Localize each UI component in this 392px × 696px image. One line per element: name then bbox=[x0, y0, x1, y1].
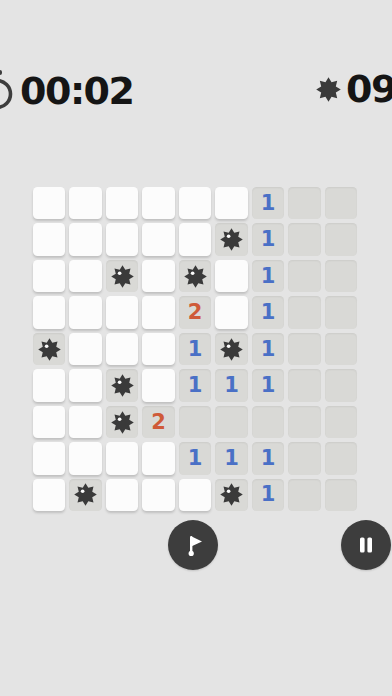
cell-r4c4[interactable] bbox=[142, 296, 174, 328]
cell-r2c5[interactable] bbox=[179, 223, 211, 255]
mine-icon bbox=[220, 228, 243, 251]
cell-r5c3[interactable] bbox=[106, 333, 138, 365]
cell-r3c9[interactable] bbox=[325, 260, 357, 292]
cell-r9c8[interactable] bbox=[288, 479, 320, 511]
cell-r1c8[interactable] bbox=[288, 187, 320, 219]
mine-icon bbox=[38, 338, 61, 361]
mine-counter: 09 bbox=[316, 70, 392, 108]
cell-r8c8[interactable] bbox=[288, 442, 320, 474]
cell-r5c6[interactable] bbox=[215, 333, 247, 365]
cell-r5c2[interactable] bbox=[69, 333, 101, 365]
cell-r4c6[interactable] bbox=[215, 296, 247, 328]
cell-number: 1 bbox=[261, 375, 276, 396]
cell-r9c4[interactable] bbox=[142, 479, 174, 511]
cell-number: 1 bbox=[261, 339, 276, 360]
cell-r8c6[interactable]: 1 bbox=[215, 442, 247, 474]
cell-number: 1 bbox=[261, 302, 276, 323]
cell-r8c5[interactable]: 1 bbox=[179, 442, 211, 474]
cell-r1c5[interactable] bbox=[179, 187, 211, 219]
cell-number: 2 bbox=[188, 302, 203, 323]
cell-r6c2[interactable] bbox=[69, 369, 101, 401]
cell-number: 2 bbox=[151, 412, 166, 433]
cell-r7c4[interactable]: 2 bbox=[142, 406, 174, 438]
cell-r3c1[interactable] bbox=[33, 260, 65, 292]
cell-r7c9[interactable] bbox=[325, 406, 357, 438]
cell-r2c8[interactable] bbox=[288, 223, 320, 255]
mine-icon bbox=[74, 483, 97, 506]
mine-count-value: 09 bbox=[346, 70, 392, 108]
pause-button[interactable] bbox=[341, 520, 391, 570]
cell-r5c4[interactable] bbox=[142, 333, 174, 365]
cell-r3c3[interactable] bbox=[106, 260, 138, 292]
cell-r4c5[interactable]: 2 bbox=[179, 296, 211, 328]
cell-number: 1 bbox=[261, 229, 276, 250]
cell-r3c8[interactable] bbox=[288, 260, 320, 292]
cell-r4c7[interactable]: 1 bbox=[252, 296, 284, 328]
cell-r1c3[interactable] bbox=[106, 187, 138, 219]
cell-r8c7[interactable]: 1 bbox=[252, 442, 284, 474]
cell-r5c5[interactable]: 1 bbox=[179, 333, 211, 365]
pause-icon bbox=[352, 531, 380, 559]
cell-r5c1[interactable] bbox=[33, 333, 65, 365]
cell-r5c8[interactable] bbox=[288, 333, 320, 365]
cell-r3c2[interactable] bbox=[69, 260, 101, 292]
cell-r4c2[interactable] bbox=[69, 296, 101, 328]
cell-r9c3[interactable] bbox=[106, 479, 138, 511]
cell-r9c5[interactable] bbox=[179, 479, 211, 511]
cell-r8c3[interactable] bbox=[106, 442, 138, 474]
cell-r6c6[interactable]: 1 bbox=[215, 369, 247, 401]
cell-r2c1[interactable] bbox=[33, 223, 65, 255]
cell-number: 1 bbox=[188, 339, 203, 360]
cell-r7c3[interactable] bbox=[106, 406, 138, 438]
mine-icon bbox=[111, 265, 134, 288]
cell-number: 1 bbox=[261, 484, 276, 505]
timer-value: 00:02 bbox=[20, 72, 133, 110]
board: 1 1 121 1 1 111 2111 1 bbox=[33, 187, 357, 511]
cell-r2c3[interactable] bbox=[106, 223, 138, 255]
cell-r9c7[interactable]: 1 bbox=[252, 479, 284, 511]
cell-r6c3[interactable] bbox=[106, 369, 138, 401]
cell-r4c1[interactable] bbox=[33, 296, 65, 328]
cell-r7c5[interactable] bbox=[179, 406, 211, 438]
cell-number: 1 bbox=[224, 448, 239, 469]
cell-number: 1 bbox=[261, 193, 276, 214]
cell-r9c9[interactable] bbox=[325, 479, 357, 511]
mine-icon bbox=[184, 265, 207, 288]
cell-r7c1[interactable] bbox=[33, 406, 65, 438]
cell-r2c7[interactable]: 1 bbox=[252, 223, 284, 255]
cell-r9c1[interactable] bbox=[33, 479, 65, 511]
cell-r1c2[interactable] bbox=[69, 187, 101, 219]
cell-r8c1[interactable] bbox=[33, 442, 65, 474]
cell-r5c9[interactable] bbox=[325, 333, 357, 365]
cell-r2c9[interactable] bbox=[325, 223, 357, 255]
cell-r1c7[interactable]: 1 bbox=[252, 187, 284, 219]
flag-mode-button[interactable] bbox=[168, 520, 218, 570]
cell-r3c5[interactable] bbox=[179, 260, 211, 292]
cell-number: 1 bbox=[188, 375, 203, 396]
mine-icon bbox=[111, 374, 134, 397]
cell-number: 1 bbox=[261, 266, 276, 287]
mine-icon bbox=[220, 483, 243, 506]
cell-r8c9[interactable] bbox=[325, 442, 357, 474]
cell-r4c9[interactable] bbox=[325, 296, 357, 328]
cell-r5c7[interactable]: 1 bbox=[252, 333, 284, 365]
cell-r7c7[interactable] bbox=[252, 406, 284, 438]
cell-r3c4[interactable] bbox=[142, 260, 174, 292]
timer-display: 00:02 bbox=[0, 70, 133, 112]
cell-number: 1 bbox=[261, 448, 276, 469]
cell-r6c8[interactable] bbox=[288, 369, 320, 401]
cell-number: 1 bbox=[224, 375, 239, 396]
mine-icon bbox=[316, 77, 341, 102]
flag-icon bbox=[179, 531, 207, 559]
cell-r6c5[interactable]: 1 bbox=[179, 369, 211, 401]
cell-r1c9[interactable] bbox=[325, 187, 357, 219]
mine-icon bbox=[111, 411, 134, 434]
cell-r3c7[interactable]: 1 bbox=[252, 260, 284, 292]
cell-number: 1 bbox=[188, 448, 203, 469]
cell-r8c2[interactable] bbox=[69, 442, 101, 474]
mine-icon bbox=[220, 338, 243, 361]
cell-r6c1[interactable] bbox=[33, 369, 65, 401]
cell-r1c4[interactable] bbox=[142, 187, 174, 219]
stopwatch-icon bbox=[0, 70, 15, 112]
cell-r9c6[interactable] bbox=[215, 479, 247, 511]
cell-r4c8[interactable] bbox=[288, 296, 320, 328]
cell-r6c9[interactable] bbox=[325, 369, 357, 401]
cell-r1c1[interactable] bbox=[33, 187, 65, 219]
cell-r2c2[interactable] bbox=[69, 223, 101, 255]
cell-r2c4[interactable] bbox=[142, 223, 174, 255]
cell-r7c2[interactable] bbox=[69, 406, 101, 438]
cell-r3c6[interactable] bbox=[215, 260, 247, 292]
cell-r1c6[interactable] bbox=[215, 187, 247, 219]
cell-r7c6[interactable] bbox=[215, 406, 247, 438]
cell-r6c7[interactable]: 1 bbox=[252, 369, 284, 401]
cell-r2c6[interactable] bbox=[215, 223, 247, 255]
cell-r4c3[interactable] bbox=[106, 296, 138, 328]
cell-r6c4[interactable] bbox=[142, 369, 174, 401]
cell-r7c8[interactable] bbox=[288, 406, 320, 438]
cell-r8c4[interactable] bbox=[142, 442, 174, 474]
cell-r9c2[interactable] bbox=[69, 479, 101, 511]
